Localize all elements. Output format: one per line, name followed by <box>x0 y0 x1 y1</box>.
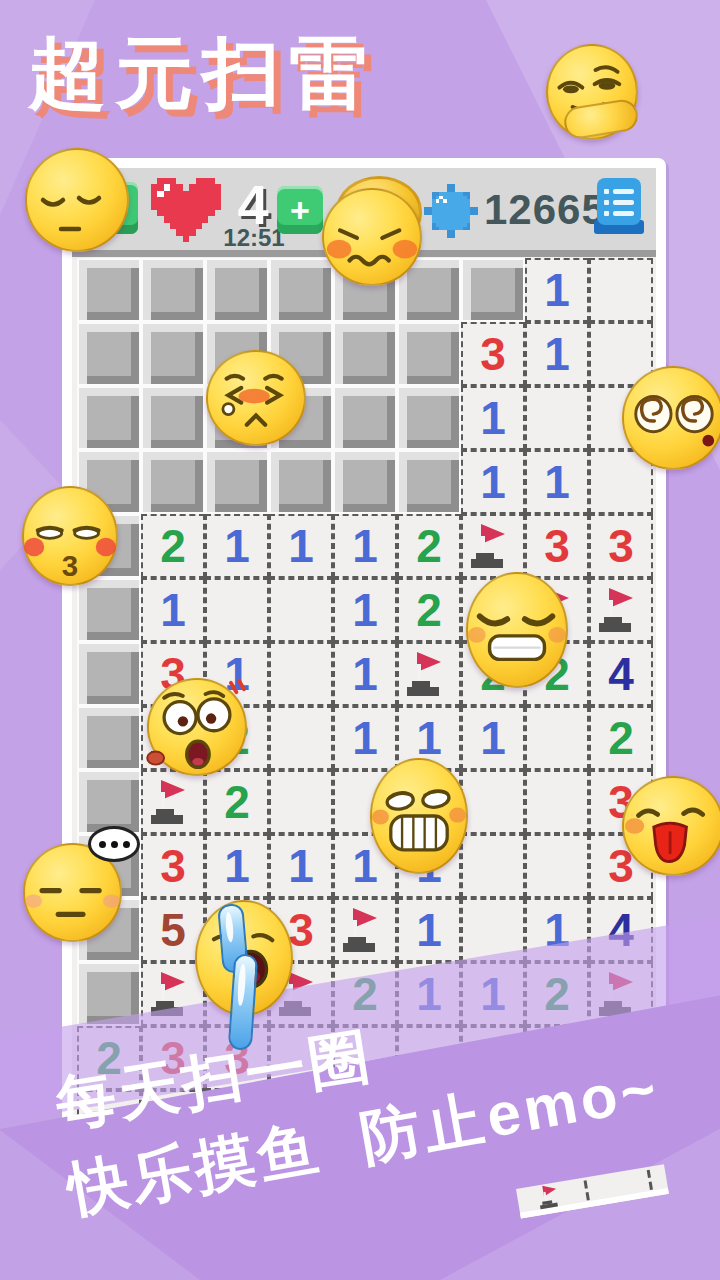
svg-text:3: 3 <box>62 549 78 582</box>
dizzy-emoji <box>622 366 720 470</box>
cell-r3c8 <box>525 386 589 450</box>
cell-r10c3: 1 <box>205 834 269 898</box>
sliver-dash-mark <box>584 1180 588 1188</box>
smirk-thinking-emoji <box>546 44 638 140</box>
pixel-mine-icon <box>420 180 482 246</box>
cell-r5c3: 1 <box>205 514 269 578</box>
shocked-emoji <box>147 678 247 776</box>
cell-r6c9[interactable] <box>589 578 653 642</box>
cell-r9c7 <box>461 770 525 834</box>
cell-r5c5: 1 <box>333 514 397 578</box>
cell-r4c2[interactable] <box>141 450 205 514</box>
cell-r3c1[interactable] <box>77 386 141 450</box>
cell-r9c2[interactable] <box>141 770 205 834</box>
cell-r11c5[interactable] <box>333 898 397 962</box>
cell-r1c2[interactable] <box>141 258 205 322</box>
cell-r6c5: 1 <box>333 578 397 642</box>
cell-r10c7 <box>461 834 525 898</box>
cell-r3c6[interactable] <box>397 386 461 450</box>
cell-r5c7[interactable] <box>461 514 525 578</box>
cell-r7c4 <box>269 642 333 706</box>
cell-r1c7[interactable] <box>461 258 525 322</box>
menu-row-icon <box>613 189 634 194</box>
cell-r10c2: 3 <box>141 834 205 898</box>
cell-r8c8 <box>525 706 589 770</box>
sliver-dash-mark <box>647 1170 651 1178</box>
cell-r7c9: 4 <box>589 642 653 706</box>
kissing-emoji: 3 <box>22 486 118 586</box>
cell-r6c2: 1 <box>141 578 205 642</box>
cell-r7c6[interactable] <box>397 642 461 706</box>
list-menu-button[interactable] <box>594 178 644 234</box>
cell-r6c4 <box>269 578 333 642</box>
cell-r6c1[interactable] <box>77 578 141 642</box>
cell-r2c1[interactable] <box>77 322 141 386</box>
cell-r5c9: 3 <box>589 514 653 578</box>
cell-r5c4: 1 <box>269 514 333 578</box>
cell-r4c8: 1 <box>525 450 589 514</box>
add-life-button[interactable]: + <box>277 186 323 234</box>
cell-r3c2[interactable] <box>141 386 205 450</box>
cell-r5c8: 3 <box>525 514 589 578</box>
cell-r8c9: 2 <box>589 706 653 770</box>
menu-row-icon <box>613 200 634 205</box>
cell-r5c6: 2 <box>397 514 461 578</box>
cell-r11c6: 1 <box>397 898 461 962</box>
cell-r8c1[interactable] <box>77 706 141 770</box>
pixel-heart-icon <box>150 178 222 246</box>
cell-r6c3 <box>205 578 269 642</box>
cell-r8c7: 1 <box>461 706 525 770</box>
cell-r2c6[interactable] <box>397 322 461 386</box>
cell-r9c4 <box>269 770 333 834</box>
cell-r4c5[interactable] <box>333 450 397 514</box>
cell-r4c3[interactable] <box>205 450 269 514</box>
cell-r2c8: 1 <box>525 322 589 386</box>
cell-r3c7: 1 <box>461 386 525 450</box>
crying-fountain-emoji <box>195 900 293 1016</box>
blush-wavy-emoji <box>322 188 422 286</box>
cell-r1c9 <box>589 258 653 322</box>
grin-emoji <box>370 758 468 874</box>
sliver-flag-icon <box>538 1183 564 1210</box>
cell-r2c2[interactable] <box>141 322 205 386</box>
app-screen: { "game": "minesweeper", "app_title": "超… <box>0 0 720 1280</box>
cell-r2c7: 3 <box>461 322 525 386</box>
cell-r9c1[interactable] <box>77 770 141 834</box>
cell-r4c4[interactable] <box>269 450 333 514</box>
cell-r1c1[interactable] <box>77 258 141 322</box>
cell-r7c5: 1 <box>333 642 397 706</box>
cell-r10c8 <box>525 834 589 898</box>
sleepy-emoji <box>25 148 129 252</box>
tongue-out-emoji <box>622 776 720 876</box>
speech-dots-bubble <box>88 826 140 862</box>
cell-r9c3: 2 <box>205 770 269 834</box>
cell-r3c5[interactable] <box>333 386 397 450</box>
cell-r10c4: 1 <box>269 834 333 898</box>
cell-r9c8 <box>525 770 589 834</box>
game-title: 超元扫雷 <box>28 22 376 127</box>
cell-r6c6: 2 <box>397 578 461 642</box>
cell-r8c4 <box>269 706 333 770</box>
grumpy-emoji <box>466 572 568 688</box>
menu-row-icon <box>613 211 634 216</box>
squeezed-emoji <box>206 350 306 446</box>
cell-r1c8: 1 <box>525 258 589 322</box>
cell-r5c2: 2 <box>141 514 205 578</box>
cell-r4c7: 1 <box>461 450 525 514</box>
cell-r2c5[interactable] <box>333 322 397 386</box>
cell-r4c6[interactable] <box>397 450 461 514</box>
cell-r7c1[interactable] <box>77 642 141 706</box>
cell-r1c3[interactable] <box>205 258 269 322</box>
